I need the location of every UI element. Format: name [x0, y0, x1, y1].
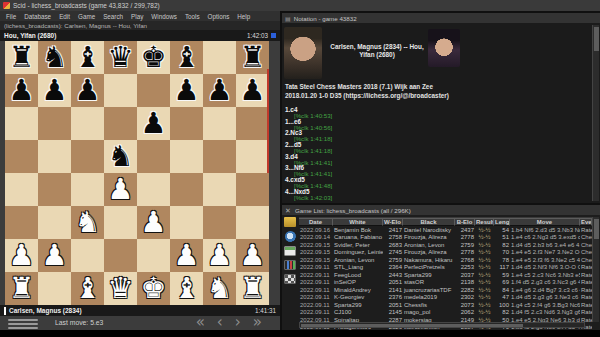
cell-b-elo: 2253	[455, 264, 475, 270]
square-f7[interactable]: ♟	[170, 74, 203, 107]
piece-black-knight: ♞	[42, 41, 68, 74]
cell-date: 2022.09.15	[299, 242, 333, 248]
square-d6[interactable]	[104, 107, 137, 140]
game-row[interactable]: 2022.09.11MinaldAndrey2141juancruzariasT…	[299, 286, 592, 294]
column-header-date[interactable]: Date	[299, 218, 333, 226]
square-b4[interactable]	[38, 173, 71, 206]
cell-event: Rated Chess960 game	[580, 294, 592, 300]
eval-progress-line	[267, 69, 269, 173]
piece-black-knight: ♞	[108, 140, 134, 173]
game-list-table: DateWhiteW-EloBlackB-EloResultLengthMove…	[299, 217, 592, 331]
cell-date: 2022.09.11	[299, 264, 333, 270]
notation-body: Carlsen, Magnus (2834) -- Hou, Yifan (26…	[282, 23, 600, 203]
cell-date: 2022.09.15	[299, 249, 333, 255]
square-c2[interactable]	[71, 239, 104, 272]
cell-length: 84	[494, 287, 510, 293]
cell-b-elo: 2778	[455, 249, 475, 255]
menu-item-search[interactable]: Search	[103, 13, 123, 20]
notation-title: Notation - game 43832	[294, 15, 357, 22]
menu-item-file[interactable]: File	[6, 13, 16, 20]
square-g4[interactable]	[203, 173, 236, 206]
last-move-button[interactable]: »	[253, 313, 262, 331]
square-c6[interactable]	[71, 107, 104, 140]
live-indicator-icon	[271, 33, 276, 38]
piece-white-rook: ♜	[240, 272, 266, 305]
cell-white: FeegLood	[333, 272, 383, 278]
bottom-strip	[0, 330, 600, 337]
piece-white-knight: ♞	[75, 206, 101, 239]
close-icon[interactable]: ✕	[285, 207, 291, 214]
cell-result: ½-½	[475, 264, 494, 270]
column-header-w-elo[interactable]: W-Elo	[383, 218, 403, 226]
cell-move: 1.d4 f5 2.c3 Nd6 3.Ng3 g6 4	[510, 309, 580, 315]
cell-date: 2022.09.15	[299, 257, 333, 263]
cell-length: 82	[494, 242, 510, 248]
square-g1[interactable]: ♞	[203, 272, 236, 305]
piece-black-queen: ♛	[108, 41, 134, 74]
cell-length: 117	[494, 264, 510, 270]
clock-comment[interactable]: [%clk 1:42:03]	[285, 195, 585, 201]
cell-b-elo: 2437	[455, 227, 475, 233]
game-row[interactable]: 2022.09.15Dominguez, Leinier2745Firouzja…	[299, 249, 592, 257]
menu-item-options[interactable]: Options	[208, 13, 230, 20]
cell-w-elo: 2443	[383, 272, 403, 278]
cell-b-elo: 2759	[455, 242, 475, 248]
square-f2[interactable]: ♟	[170, 239, 203, 272]
menu-bar: FileDatabaseEditGameSearchPlayWindowsToo…	[0, 11, 280, 21]
cell-white: Aronian, Levon	[333, 257, 383, 263]
game-list-title: Game List: lichess_broadcasts (all / 296…	[295, 207, 411, 214]
game-row[interactable]: 2022.09.15Svidler, Peter2683Aronian, Lev…	[299, 241, 592, 249]
square-e7[interactable]	[137, 74, 170, 107]
cell-event: ChessBUI	[580, 257, 592, 263]
cell-result: ½-½	[475, 272, 494, 278]
move-list: 1.c4[%clk 1:40:53]1...e6[%clk 1:40:56]2.…	[285, 107, 585, 203]
cell-length: 70	[494, 249, 510, 255]
white-player-photo	[284, 27, 322, 79]
list-view-icon[interactable]	[284, 246, 296, 256]
square-a3[interactable]	[5, 206, 38, 239]
square-d4[interactable]: ♟	[104, 173, 137, 206]
piece-white-knight: ♞	[207, 272, 233, 305]
cell-result: ½-½	[475, 234, 494, 240]
menu-item-database[interactable]: Database	[24, 13, 51, 20]
square-e8[interactable]: ♚	[137, 41, 170, 74]
cell-black: juancruzariasTDF	[403, 287, 455, 293]
cell-w-elo: 2364	[383, 264, 403, 270]
game-list-window: ✕ Game List: lichess_broadcasts (all / 2…	[282, 205, 600, 330]
piece-black-pawn: ♟	[42, 74, 68, 107]
square-f8[interactable]: ♝	[170, 41, 203, 74]
black-player-photo	[428, 29, 460, 67]
square-e1[interactable]: ♚	[137, 272, 170, 305]
cell-w-elo: 2051	[383, 279, 403, 285]
cell-w-elo: 2683	[383, 242, 403, 248]
piece-white-pawn: ♟	[240, 239, 266, 272]
game-row[interactable]: 2022.09.11CJ1002145mago_pol2062½-½821.d4…	[299, 309, 592, 317]
cell-white: K-Georgiev	[333, 294, 383, 300]
piece-black-pawn: ♟	[75, 74, 101, 107]
move-navigation: « ‹ › »	[196, 313, 262, 331]
square-g7[interactable]: ♟	[203, 74, 236, 107]
game-row[interactable]: 2022.09.14Caruana, Fabiano2758Firouzja, …	[299, 234, 592, 242]
square-d3[interactable]	[104, 206, 137, 239]
square-a7[interactable]: ♟	[5, 74, 38, 107]
cell-event: ChessBUI	[580, 234, 592, 240]
window-title: Scid - lichess_broadcasts (game 43,832 /…	[13, 2, 160, 9]
square-c8[interactable]: ♝	[71, 41, 104, 74]
menu-item-edit[interactable]: Edit	[59, 13, 70, 20]
cell-date: 2022.09.11	[299, 294, 333, 300]
cell-event: Rated Chess960 game	[580, 287, 592, 293]
square-b8[interactable]: ♞	[38, 41, 71, 74]
game-list-toolbar	[282, 217, 298, 317]
cell-length: 69	[494, 279, 510, 285]
cell-event: Rated Chess960 game	[580, 272, 592, 278]
black-player-clock: 1:42:03	[247, 32, 268, 39]
prev-move-button[interactable]: ‹	[217, 313, 223, 331]
cell-black: Firouzja, Alireza	[403, 249, 455, 255]
square-c3[interactable]: ♞	[71, 206, 104, 239]
cell-date: 2022.09.16	[299, 227, 333, 233]
square-g6[interactable]	[203, 107, 236, 140]
piece-white-queen: ♛	[108, 272, 134, 305]
square-h7[interactable]: ♟	[236, 74, 269, 107]
square-d1[interactable]: ♛	[104, 272, 137, 305]
cell-white: inSeiOP	[333, 279, 383, 285]
cell-event: Rated Chess960 game	[580, 302, 592, 308]
search-icon[interactable]	[285, 231, 296, 242]
game-list-horizontal-scrollbar[interactable]	[299, 322, 585, 328]
piece-black-bishop: ♝	[174, 41, 200, 74]
piece-white-pawn: ♟	[174, 239, 200, 272]
cell-black: mago_pol	[403, 309, 455, 315]
square-g5[interactable]	[203, 140, 236, 173]
event-line: Tata Steel Chess Masters 2018 (7.1) Wijk…	[285, 83, 433, 90]
game-list-header-row: DateWhiteW-EloBlackB-EloResultLengthMove…	[299, 217, 592, 226]
cell-date: 2022.09.14	[299, 234, 333, 240]
window-menu-icon[interactable]: ▤	[285, 15, 291, 22]
cell-move: 1.d4 d5 2.Nf3 Nf6 3.O-O O-O	[510, 264, 580, 270]
square-a4[interactable]	[5, 173, 38, 206]
cell-date: 2022.09.11	[299, 279, 333, 285]
black-player-name: Hou, Yifan (2680)	[4, 32, 247, 39]
square-d5[interactable]: ♞	[104, 140, 137, 173]
column-header-event[interactable]: Event	[580, 218, 592, 226]
cell-black: Chessfis	[403, 302, 455, 308]
square-b2[interactable]: ♟	[38, 239, 71, 272]
column-header-white[interactable]: White	[333, 218, 383, 226]
piece-black-pawn: ♟	[174, 74, 200, 107]
piece-black-king: ♚	[141, 41, 167, 74]
cell-length: 54	[494, 227, 510, 233]
cell-move: 1.e4 c6 2.Ng3 d5 3.exd5 cxd	[510, 234, 580, 240]
column-header-black[interactable]: Black	[403, 218, 455, 226]
cell-move: 1.f4 d5 2.g3 c6 3.Nc3 g6 4.e	[510, 279, 580, 285]
cell-move: 1.e4 e5 2.f3 Ne7 3.Ne2 O-O	[510, 249, 580, 255]
cell-length: 51	[494, 234, 510, 240]
cell-w-elo: 2758	[383, 234, 403, 240]
square-c4[interactable]	[71, 173, 104, 206]
cell-white: MinaldAndrey	[333, 287, 383, 293]
square-f1[interactable]: ♝	[170, 272, 203, 305]
game-row[interactable]: 2022.09.11STL_Liang2364PerfectPretzels22…	[299, 264, 592, 272]
cell-w-elo: 2745	[383, 249, 403, 255]
board-controls-bar: Last move: 5.e3 « ‹ › »	[0, 316, 280, 330]
square-e6[interactable]: ♟	[137, 107, 170, 140]
cell-length: 82	[494, 309, 510, 315]
scid-app: Scid - lichess_broadcasts (game 43,832 /…	[0, 0, 600, 337]
game-row[interactable]: 2022.09.11K-Georgiev2376medela20192302½-…	[299, 294, 592, 302]
last-move-label: Last move: 5.e3	[55, 319, 103, 326]
cell-event: Rated Chess960 game	[580, 264, 592, 270]
cell-result: ½-½	[475, 309, 494, 315]
piece-white-rook: ♜	[9, 272, 35, 305]
game-row[interactable]: 2022.09.11inSeiOP2051stasOR2138½-½691.f4…	[299, 279, 592, 287]
game-list-scrollbar[interactable]	[592, 217, 599, 322]
cell-result: ½-½	[475, 279, 494, 285]
square-c7[interactable]: ♟	[71, 74, 104, 107]
square-h3[interactable]	[236, 206, 269, 239]
piece-black-rook: ♜	[240, 41, 266, 74]
first-move-button[interactable]: «	[196, 313, 205, 331]
cell-move: 1.d4 d5 2.b3 b6 3.e4 e6 4.N	[510, 242, 580, 248]
cell-result: ½-½	[475, 302, 494, 308]
cell-white: Svidler, Peter	[333, 242, 383, 248]
cell-move: 1.e4 c5 2.c3 Nc6 3.Nb3 e5 4	[510, 272, 580, 278]
menu-item-help[interactable]: Help	[237, 13, 250, 20]
cell-move: 1.d4 d5 2.g3 g6 3.Ne3 c6 4	[510, 294, 580, 300]
cell-result: ½-½	[475, 287, 494, 293]
menu-item-play[interactable]: Play	[131, 13, 143, 20]
square-b5[interactable]	[38, 140, 71, 173]
piece-white-pawn: ♟	[42, 239, 68, 272]
menu-item-windows[interactable]: Windows	[151, 13, 177, 20]
cell-w-elo: 2376	[383, 294, 403, 300]
scid-app-icon	[3, 2, 10, 9]
piece-black-bishop: ♝	[75, 41, 101, 74]
square-a1[interactable]: ♜	[5, 272, 38, 305]
square-g8[interactable]	[203, 41, 236, 74]
cell-black: Aronian, Levon	[403, 242, 455, 248]
cell-date: 2022.09.11	[299, 287, 333, 293]
square-b3[interactable]	[38, 206, 71, 239]
menu-item-tools[interactable]: Tools	[185, 13, 200, 20]
cell-result: ½-½	[475, 242, 494, 248]
square-d7[interactable]	[104, 74, 137, 107]
piece-white-pawn: ♟	[141, 206, 167, 239]
cell-b-elo: 2282	[455, 287, 475, 293]
cell-b-elo: 2037	[455, 272, 475, 278]
board-filter-icon[interactable]	[284, 274, 296, 284]
square-f5[interactable]	[170, 140, 203, 173]
square-b1[interactable]	[38, 272, 71, 305]
square-h5[interactable]	[236, 140, 269, 173]
piece-white-pawn: ♟	[108, 173, 134, 206]
cell-event: ChessBUI	[580, 242, 592, 248]
cell-b-elo: 2062	[455, 309, 475, 315]
column-header-result[interactable]: Result	[475, 218, 494, 226]
cell-white: Caruana, Fabiano	[333, 234, 383, 240]
cell-white: Benjamin Bok	[333, 227, 383, 233]
square-h2[interactable]: ♟	[236, 239, 269, 272]
cell-black: PerfectPretzels	[403, 264, 455, 270]
square-b7[interactable]: ♟	[38, 74, 71, 107]
square-h6[interactable]	[236, 107, 269, 140]
square-f3[interactable]	[170, 206, 203, 239]
column-header-move[interactable]: Move	[510, 218, 580, 226]
cell-w-elo: 2759	[383, 257, 403, 263]
notation-scrollbar[interactable]	[592, 25, 599, 201]
square-f6[interactable]	[170, 107, 203, 140]
game-row[interactable]: 2022.09.11FeegLood2443Sparta2992037½-½59…	[299, 271, 592, 279]
title-bar[interactable]: Scid - lichess_broadcasts (game 43,832 /…	[0, 0, 600, 11]
cell-result: ½-½	[475, 294, 494, 300]
square-g3[interactable]	[203, 206, 236, 239]
piece-black-rook: ♜	[9, 41, 35, 74]
main-window: FileDatabaseEditGameSearchPlayWindowsToo…	[0, 11, 280, 330]
piece-black-pawn: ♟	[207, 74, 233, 107]
cell-black: medela2019	[403, 294, 455, 300]
piece-black-pawn: ♟	[240, 74, 266, 107]
cell-b-elo: 2073	[455, 302, 475, 308]
cell-black: Firouzja, Alireza	[403, 234, 455, 240]
notation-title-bar[interactable]: ▤ Notation - game 43832	[282, 13, 600, 23]
piece-black-pawn: ♟	[141, 107, 167, 140]
cell-move: 1.g4 c5 2.f4 g6 3.Bg3 Nc6 4	[510, 302, 580, 308]
cell-length: 47	[494, 294, 510, 300]
square-g2[interactable]: ♟	[203, 239, 236, 272]
square-h1[interactable]: ♜	[236, 272, 269, 305]
square-d2[interactable]	[104, 239, 137, 272]
cell-w-elo: 2051	[383, 302, 403, 308]
piece-white-pawn: ♟	[9, 239, 35, 272]
cell-b-elo: 2778	[455, 234, 475, 240]
cell-white: CJ100	[333, 309, 383, 315]
cell-b-elo: 2768	[455, 257, 475, 263]
piece-white-bishop: ♝	[174, 272, 200, 305]
cell-w-elo: 2145	[383, 309, 403, 315]
cell-event: Rated Chess960 game	[580, 309, 592, 315]
cell-b-elo: 2138	[455, 279, 475, 285]
next-move-button[interactable]: ›	[235, 313, 241, 331]
cell-date: 2022.09.11	[299, 302, 333, 308]
game-row[interactable]: 2022.09.11Sparta2992051Chessfis2073½-½10…	[299, 301, 592, 309]
game-row[interactable]: 2022.09.16Benjamin Bok2417Daniel Narodit…	[299, 226, 592, 234]
cell-black: stasOR	[403, 279, 455, 285]
menu-item-game[interactable]: Game	[78, 13, 95, 20]
cell-result: ½-½	[475, 257, 494, 263]
square-e2[interactable]	[137, 239, 170, 272]
square-c5[interactable]	[71, 140, 104, 173]
game-row[interactable]: 2022.09.15Aronian, Levon2759Nakamura, Hi…	[299, 256, 592, 264]
cell-length: 59	[494, 272, 510, 278]
game-list-title-bar[interactable]: ✕ Game List: lichess_broadcasts (all / 2…	[282, 205, 600, 215]
square-b6[interactable]	[38, 107, 71, 140]
square-c1[interactable]: ♝	[71, 272, 104, 305]
cell-black: Daniel Naroditsky	[403, 227, 455, 233]
square-a5[interactable]	[5, 140, 38, 173]
square-f4[interactable]	[170, 173, 203, 206]
statistics-chart-icon[interactable]	[284, 260, 296, 270]
cell-w-elo: 2141	[383, 287, 403, 293]
cell-result: ½-½	[475, 249, 494, 255]
piece-black-pawn: ♟	[9, 74, 35, 107]
square-h4[interactable]	[236, 173, 269, 206]
square-h8[interactable]: ♜	[236, 41, 269, 74]
cell-event: Rated Chess960 game	[580, 279, 592, 285]
square-a8[interactable]: ♜	[5, 41, 38, 74]
cell-date: 2022.09.11	[299, 272, 333, 278]
column-header-b-elo[interactable]: B-Elo	[455, 218, 475, 226]
notation-players-line: Carlsen, Magnus (2834) -- Hou, Yifan (26…	[328, 43, 426, 59]
square-e3[interactable]: ♟	[137, 206, 170, 239]
database-game-label: (lichess_broadcasts): Carlsen, Magnus --…	[4, 22, 147, 29]
cell-black: Sparta299	[403, 272, 455, 278]
cell-result: ½-½	[475, 227, 494, 233]
chess-board: ♜♞♝♛♚♝♜♟♟♟♟♟♟♟♞♟♞♟♟♟♟♟♟♜♝♛♚♝♞♜	[5, 41, 269, 305]
square-e5[interactable]	[137, 140, 170, 173]
cell-move: 1.b4 Nf6 2.d3 d5 3.Nb3 Nd6	[510, 227, 580, 233]
notation-window: ▤ Notation - game 43832 Carlsen, Magnus …	[282, 13, 600, 203]
square-e4[interactable]	[137, 173, 170, 206]
database-folder-icon[interactable]	[284, 217, 296, 227]
cell-length: 100	[494, 302, 510, 308]
cell-move: 1.e4 g6 2.d4 Bg7 3.c3 c6 4.f	[510, 287, 580, 293]
column-header-length[interactable]: Length	[494, 218, 510, 226]
cell-length: 78	[494, 257, 510, 263]
database-game-header: (lichess_broadcasts): Carlsen, Magnus --…	[0, 21, 280, 30]
cell-white: Dominguez, Leinier	[333, 249, 383, 255]
square-a2[interactable]: ♟	[5, 239, 38, 272]
cell-event: ChessBUI	[580, 249, 592, 255]
square-a6[interactable]	[5, 107, 38, 140]
cell-w-elo: 2417	[383, 227, 403, 233]
piece-white-pawn: ♟	[207, 239, 233, 272]
square-d8[interactable]: ♛	[104, 41, 137, 74]
cell-b-elo: 2302	[455, 294, 475, 300]
cell-white: Sparta299	[333, 302, 383, 308]
event-details-line: 2018.01.20 1-0 D35 (https://lichess.org/…	[285, 92, 449, 99]
side-to-move-marker	[4, 307, 6, 315]
piece-white-bishop: ♝	[75, 272, 101, 305]
cell-move: 1.e4 e5 2.f3 f6 3.Ne2 c5 4.N	[510, 257, 580, 263]
cell-date: 2022.09.11	[299, 309, 333, 315]
cell-black: Nakamura, Hikaru	[403, 257, 455, 263]
piece-white-king: ♚	[141, 272, 167, 305]
cell-event: Rated Chess960 game	[580, 227, 592, 233]
cell-white: STL_Liang	[333, 264, 383, 270]
